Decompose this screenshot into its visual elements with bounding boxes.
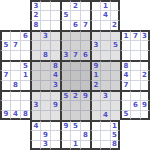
cell-r9-c13-empty[interactable] — [130, 90, 140, 100]
cell-r4-c9-given-3[interactable]: 3 — [90, 40, 100, 50]
cell-r6-c14-empty[interactable] — [140, 60, 150, 70]
given-digit: 6 — [23, 33, 28, 40]
given-digit: 1 — [94, 72, 99, 79]
cell-r5-c9-empty[interactable] — [90, 50, 100, 60]
given-digit: 2 — [34, 12, 39, 19]
cell-r7-c3-empty[interactable] — [30, 70, 40, 80]
cell-r3-c12-given-1[interactable]: 1 — [120, 30, 130, 40]
cell-r3-c10-empty[interactable] — [100, 30, 110, 40]
given-digit: 2 — [73, 93, 78, 100]
cell-r13-c4-given-9[interactable]: 9 — [40, 130, 50, 140]
given-digit: 8 — [23, 111, 28, 118]
cell-r8-c7-empty[interactable] — [70, 80, 80, 90]
outside-board-area — [140, 140, 150, 150]
given-digit: 6 — [133, 102, 138, 109]
outside-board-area — [20, 10, 30, 20]
cell-r4-c12-empty[interactable] — [120, 40, 130, 50]
cell-r3-c6-empty[interactable] — [60, 30, 70, 40]
cell-r12-c8-empty[interactable] — [80, 120, 90, 130]
cell-r7-c11-empty[interactable] — [110, 70, 120, 80]
given-digit: 5 — [73, 123, 78, 130]
given-digit: 4 — [13, 111, 18, 118]
cell-r11-c14-empty[interactable] — [140, 110, 150, 120]
given-digit: 1 — [73, 141, 78, 148]
cell-r6-c7-empty[interactable] — [70, 60, 80, 70]
cell-r10-c7-empty[interactable] — [70, 100, 80, 110]
given-digit: 7 — [4, 72, 9, 79]
given-digit: 9 — [142, 102, 147, 109]
given-digit: 2 — [142, 72, 147, 79]
cell-r11-c12-given-5[interactable]: 5 — [120, 110, 130, 120]
given-digit: 9 — [64, 123, 69, 130]
cell-r8-c13-empty[interactable] — [130, 80, 140, 90]
sudoku-board: 3212548672631735735837658987141428327529… — [0, 0, 150, 150]
cell-r8-c11-empty[interactable] — [110, 80, 120, 90]
outside-board-area — [0, 120, 10, 130]
cell-r7-c1-empty[interactable] — [10, 70, 20, 80]
cell-r6-c10-empty[interactable] — [100, 60, 110, 70]
outside-board-area — [120, 20, 130, 30]
given-digit: 7 — [73, 52, 78, 59]
given-digit: 1 — [23, 72, 28, 79]
cell-r2-c4-empty[interactable] — [40, 20, 50, 30]
cell-r2-c6-empty[interactable] — [60, 20, 70, 30]
cell-r0-c3-given-3[interactable]: 3 — [30, 0, 40, 10]
given-digit: 7 — [133, 33, 138, 40]
cell-r11-c4-empty[interactable] — [40, 110, 50, 120]
cell-r9-c14-empty[interactable] — [140, 90, 150, 100]
cell-r3-c2-given-6[interactable]: 6 — [20, 30, 30, 40]
cell-r9-c12-empty[interactable] — [120, 90, 130, 100]
cell-r6-c5-given-8[interactable]: 8 — [50, 60, 60, 70]
cell-r6-c13-empty[interactable] — [130, 60, 140, 70]
cell-r10-c1-empty[interactable] — [10, 100, 20, 110]
outside-board-area — [10, 130, 20, 140]
cell-r9-c2-empty[interactable] — [20, 90, 30, 100]
given-digit: 5 — [64, 12, 69, 19]
cell-r2-c9-empty[interactable] — [90, 20, 100, 30]
cell-r4-c0-given-5[interactable]: 5 — [0, 40, 10, 50]
outside-board-area — [140, 0, 150, 10]
given-digit: 4 — [53, 72, 58, 79]
cell-r8-c14-empty[interactable] — [140, 80, 150, 90]
cell-r1-c11-empty[interactable] — [110, 10, 120, 20]
cell-r7-c2-given-1[interactable]: 1 — [20, 70, 30, 80]
given-digit: 4 — [103, 112, 108, 119]
cell-r8-c4-empty[interactable] — [40, 80, 50, 90]
cell-r11-c3-empty[interactable] — [30, 110, 40, 120]
outside-board-area — [130, 120, 140, 130]
cell-r12-c11-given-1[interactable]: 1 — [110, 120, 120, 130]
given-digit: 9 — [4, 111, 9, 118]
outside-board-area — [140, 130, 150, 140]
cell-r9-c0-empty[interactable] — [0, 90, 10, 100]
cell-r7-c9-given-1[interactable]: 1 — [90, 70, 100, 80]
cell-r7-c5-given-4[interactable]: 4 — [50, 70, 60, 80]
cell-r8-c6-empty[interactable] — [60, 80, 70, 90]
cell-r5-c12-empty[interactable] — [120, 50, 130, 60]
cell-r10-c5-given-9[interactable]: 9 — [50, 100, 60, 110]
cell-r1-c6-given-5[interactable]: 5 — [60, 10, 70, 20]
cell-r6-c2-given-5[interactable]: 5 — [20, 60, 30, 70]
cell-r7-c0-given-7[interactable]: 7 — [0, 70, 10, 80]
cell-r9-c3-empty[interactable] — [30, 90, 40, 100]
given-digit: 2 — [112, 22, 117, 29]
given-digit: 1 — [112, 123, 117, 130]
cell-r4-c3-empty[interactable] — [30, 40, 40, 50]
given-digit: 8 — [112, 141, 117, 148]
given-digit: 8 — [124, 63, 129, 70]
cell-r14-c6-empty[interactable] — [60, 140, 70, 150]
cell-r0-c10-given-1[interactable]: 1 — [100, 0, 110, 10]
cell-r3-c3-empty[interactable] — [30, 30, 40, 40]
cell-r13-c8-given-8[interactable]: 8 — [80, 130, 90, 140]
given-digit: 7 — [13, 42, 18, 49]
cell-r12-c3-given-4[interactable]: 4 — [30, 120, 40, 130]
cell-r2-c11-given-2[interactable]: 2 — [110, 20, 120, 30]
outside-board-area — [120, 0, 130, 10]
outside-board-area — [0, 140, 10, 150]
cell-r8-c5-given-3[interactable]: 3 — [50, 80, 60, 90]
cell-r1-c3-given-2[interactable]: 2 — [30, 10, 40, 20]
cell-r7-c14-given-2[interactable]: 2 — [140, 70, 150, 80]
cell-r4-c10-empty[interactable] — [100, 40, 110, 50]
given-digit: 2 — [73, 3, 78, 10]
outside-board-area — [120, 130, 130, 140]
given-digit: 9 — [94, 63, 99, 70]
cell-r11-c1-given-4[interactable]: 4 — [10, 110, 20, 120]
outside-board-area — [130, 10, 140, 20]
cell-r9-c4-empty[interactable] — [40, 90, 50, 100]
given-digit: 4 — [34, 123, 39, 130]
outside-board-area — [140, 10, 150, 20]
given-digit: 8 — [13, 82, 18, 89]
cell-r11-c10-given-4[interactable]: 4 — [100, 110, 110, 120]
cell-r1-c5-empty[interactable] — [50, 10, 60, 20]
cell-r0-c5-empty[interactable] — [50, 0, 60, 10]
cell-r4-c6-empty[interactable] — [60, 40, 70, 50]
cell-r13-c3-empty[interactable] — [30, 130, 40, 140]
cell-r11-c7-empty[interactable] — [70, 110, 80, 120]
cell-r10-c0-empty[interactable] — [0, 100, 10, 110]
cell-r0-c6-empty[interactable] — [60, 0, 70, 10]
outside-board-area — [20, 20, 30, 30]
cell-r4-c2-empty[interactable] — [20, 40, 30, 50]
cell-r4-c13-empty[interactable] — [130, 40, 140, 50]
given-digit: 7 — [124, 82, 129, 89]
cell-r10-c13-given-6[interactable]: 6 — [130, 100, 140, 110]
cell-r11-c0-given-9[interactable]: 9 — [0, 110, 10, 120]
cell-r10-c4-empty[interactable] — [40, 100, 50, 110]
cell-r9-c6-given-5[interactable]: 5 — [60, 90, 70, 100]
outside-board-area — [130, 0, 140, 10]
cell-r9-c11-empty[interactable] — [110, 90, 120, 100]
given-digit: 5 — [112, 132, 117, 139]
given-digit: 3 — [53, 82, 58, 89]
cell-r14-c5-empty[interactable] — [50, 140, 60, 150]
cell-r3-c0-empty[interactable] — [0, 30, 10, 40]
given-digit: 4 — [103, 12, 108, 19]
cell-r1-c8-empty[interactable] — [80, 10, 90, 20]
cell-r8-c3-empty[interactable] — [30, 80, 40, 90]
cell-r7-c6-empty[interactable] — [60, 70, 70, 80]
cell-r10-c14-given-9[interactable]: 9 — [140, 100, 150, 110]
given-digit: 3 — [103, 93, 108, 100]
outside-board-area — [10, 10, 20, 20]
cell-r14-c9-empty[interactable] — [90, 140, 100, 150]
outside-board-area — [20, 130, 30, 140]
cell-r2-c5-empty[interactable] — [50, 20, 60, 30]
given-digit: 1 — [103, 3, 108, 10]
cell-r6-c4-empty[interactable] — [40, 60, 50, 70]
given-digit: 3 — [142, 33, 147, 40]
cell-r6-c12-given-8[interactable]: 8 — [120, 60, 130, 70]
cell-r8-c8-empty[interactable] — [80, 80, 90, 90]
cell-r5-c7-given-7[interactable]: 7 — [70, 50, 80, 60]
cell-r4-c5-empty[interactable] — [50, 40, 60, 50]
cell-r3-c8-empty[interactable] — [80, 30, 90, 40]
cell-r13-c10-empty[interactable] — [100, 130, 110, 140]
cell-r2-c8-given-7[interactable]: 7 — [80, 20, 90, 30]
cell-r11-c13-empty[interactable] — [130, 110, 140, 120]
cell-r8-c9-given-2[interactable]: 2 — [90, 80, 100, 90]
cell-r3-c7-empty[interactable] — [70, 30, 80, 40]
cell-r6-c11-empty[interactable] — [110, 60, 120, 70]
cell-r14-c3-empty[interactable] — [30, 140, 40, 150]
cell-r10-c12-empty[interactable] — [120, 100, 130, 110]
cell-r7-c10-empty[interactable] — [100, 70, 110, 80]
outside-board-area — [0, 20, 10, 30]
cell-r12-c5-empty[interactable] — [50, 120, 60, 130]
cell-r11-c11-empty[interactable] — [110, 110, 120, 120]
cell-r4-c11-given-5[interactable]: 5 — [110, 40, 120, 50]
given-digit: 8 — [43, 52, 48, 59]
cell-r9-c7-given-2[interactable]: 2 — [70, 90, 80, 100]
cell-r6-c6-empty[interactable] — [60, 60, 70, 70]
cell-r1-c7-empty[interactable] — [70, 10, 80, 20]
cell-r14-c8-empty[interactable] — [80, 140, 90, 150]
cell-r1-c10-given-4[interactable]: 4 — [100, 10, 110, 20]
given-digit: 3 — [43, 141, 48, 148]
cell-r13-c11-given-5[interactable]: 5 — [110, 130, 120, 140]
cell-r4-c14-empty[interactable] — [140, 40, 150, 50]
cell-r5-c14-empty[interactable] — [140, 50, 150, 60]
cell-r13-c5-empty[interactable] — [50, 130, 60, 140]
cell-r8-c10-empty[interactable] — [100, 80, 110, 90]
cell-r4-c8-empty[interactable] — [80, 40, 90, 50]
cell-r5-c0-empty[interactable] — [0, 50, 10, 60]
cell-r8-c12-given-7[interactable]: 7 — [120, 80, 130, 90]
given-digit: 9 — [43, 132, 48, 139]
outside-board-area — [130, 140, 140, 150]
outside-board-area — [130, 20, 140, 30]
cell-r9-c9-empty[interactable] — [90, 90, 100, 100]
outside-board-area — [140, 20, 150, 30]
outside-board-area — [140, 120, 150, 130]
cell-r2-c10-empty[interactable] — [100, 20, 110, 30]
outside-board-area — [0, 130, 10, 140]
given-digit: 5 — [113, 42, 118, 49]
outside-board-area — [10, 120, 20, 130]
cell-r3-c13-given-7[interactable]: 7 — [130, 30, 140, 40]
given-digit: 5 — [4, 42, 9, 49]
cell-r2-c7-given-6[interactable]: 6 — [70, 20, 80, 30]
cell-r12-c10-empty[interactable] — [100, 120, 110, 130]
cell-r0-c8-empty[interactable] — [80, 0, 90, 10]
cell-r14-c4-given-3[interactable]: 3 — [40, 140, 50, 150]
given-digit: 2 — [94, 82, 99, 89]
cell-r6-c0-empty[interactable] — [0, 60, 10, 70]
cell-r4-c4-empty[interactable] — [40, 40, 50, 50]
outside-board-area — [20, 0, 30, 10]
cell-r1-c9-empty[interactable] — [90, 10, 100, 20]
cell-r3-c4-given-3[interactable]: 3 — [40, 30, 50, 40]
outside-board-area — [0, 0, 10, 10]
cell-r13-c7-empty[interactable] — [70, 130, 80, 140]
cell-r9-c1-empty[interactable] — [10, 90, 20, 100]
cell-r7-c12-given-4[interactable]: 4 — [120, 70, 130, 80]
cell-r14-c7-given-1[interactable]: 1 — [70, 140, 80, 150]
cell-r5-c13-empty[interactable] — [130, 50, 140, 60]
cell-r5-c10-empty[interactable] — [100, 50, 110, 60]
cell-r0-c9-empty[interactable] — [90, 0, 100, 10]
given-digit: 9 — [53, 102, 58, 109]
cell-r12-c9-empty[interactable] — [90, 120, 100, 130]
cell-r5-c4-given-8[interactable]: 8 — [40, 50, 50, 60]
cell-r5-c2-empty[interactable] — [20, 50, 30, 60]
cell-r8-c1-given-8[interactable]: 8 — [10, 80, 20, 90]
outside-board-area — [120, 10, 130, 20]
cell-r5-c3-empty[interactable] — [30, 50, 40, 60]
cell-r13-c6-empty[interactable] — [60, 130, 70, 140]
cell-r3-c14-given-3[interactable]: 3 — [140, 30, 150, 40]
given-digit: 6 — [83, 52, 88, 59]
cell-r10-c8-empty[interactable] — [80, 100, 90, 110]
cell-r5-c8-given-6[interactable]: 6 — [80, 50, 90, 60]
cell-r1-c4-empty[interactable] — [40, 10, 50, 20]
cell-r14-c10-empty[interactable] — [100, 140, 110, 150]
outside-board-area — [130, 130, 140, 140]
outside-board-area — [10, 0, 20, 10]
cell-r11-c5-empty[interactable] — [50, 110, 60, 120]
cell-r6-c9-given-9[interactable]: 9 — [90, 60, 100, 70]
cell-r3-c9-empty[interactable] — [90, 30, 100, 40]
given-digit: 8 — [34, 22, 39, 29]
cell-r8-c0-empty[interactable] — [0, 80, 10, 90]
cell-r2-c3-given-8[interactable]: 8 — [30, 20, 40, 30]
cell-r12-c4-empty[interactable] — [40, 120, 50, 130]
cell-r10-c2-empty[interactable] — [20, 100, 30, 110]
cell-r13-c9-empty[interactable] — [90, 130, 100, 140]
cell-r4-c1-given-7[interactable]: 7 — [10, 40, 20, 50]
outside-board-area — [20, 120, 30, 130]
cell-r6-c3-empty[interactable] — [30, 60, 40, 70]
cell-r5-c5-empty[interactable] — [50, 50, 60, 60]
given-digit: 7 — [83, 22, 88, 29]
given-digit: 3 — [34, 102, 39, 109]
cell-r4-c7-empty[interactable] — [70, 40, 80, 50]
given-digit: 3 — [43, 33, 48, 40]
outside-board-area — [20, 140, 30, 150]
cell-r0-c7-given-2[interactable]: 2 — [70, 0, 80, 10]
cell-r10-c10-empty[interactable] — [100, 100, 110, 110]
outside-board-area — [120, 140, 130, 150]
given-digit: 3 — [64, 52, 69, 59]
given-digit: 8 — [53, 63, 58, 70]
cell-r3-c5-empty[interactable] — [50, 30, 60, 40]
given-digit: 5 — [124, 111, 129, 118]
cell-r0-c4-empty[interactable] — [40, 0, 50, 10]
outside-board-area — [0, 10, 10, 20]
given-digit: 1 — [124, 33, 129, 40]
cell-r12-c6-given-9[interactable]: 9 — [60, 120, 70, 130]
cell-r5-c11-empty[interactable] — [110, 50, 120, 60]
outside-board-area — [10, 20, 20, 30]
cell-r7-c13-empty[interactable] — [130, 70, 140, 80]
cell-r3-c11-empty[interactable] — [110, 30, 120, 40]
given-digit: 9 — [83, 93, 88, 100]
cell-r10-c11-empty[interactable] — [110, 100, 120, 110]
cell-r11-c2-given-8[interactable]: 8 — [20, 110, 30, 120]
outside-board-area — [10, 140, 20, 150]
cell-r8-c2-empty[interactable] — [20, 80, 30, 90]
given-digit: 3 — [94, 42, 99, 49]
cell-r5-c1-empty[interactable] — [10, 50, 20, 60]
cell-r7-c7-empty[interactable] — [70, 70, 80, 80]
cell-r7-c4-empty[interactable] — [40, 70, 50, 80]
cell-r9-c5-empty[interactable] — [50, 90, 60, 100]
given-digit: 3 — [34, 3, 39, 10]
cell-r6-c1-empty[interactable] — [10, 60, 20, 70]
cell-r6-c8-empty[interactable] — [80, 60, 90, 70]
given-digit: 4 — [124, 72, 129, 79]
cell-r11-c6-empty[interactable] — [60, 110, 70, 120]
cell-r0-c11-empty[interactable] — [110, 0, 120, 10]
cell-r12-c7-given-5[interactable]: 5 — [70, 120, 80, 130]
cell-r10-c6-empty[interactable] — [60, 100, 70, 110]
cell-r5-c6-given-3[interactable]: 3 — [60, 50, 70, 60]
cell-r9-c10-given-3[interactable]: 3 — [100, 90, 110, 100]
cell-r9-c8-given-9[interactable]: 9 — [80, 90, 90, 100]
given-digit: 6 — [73, 22, 78, 29]
cell-r10-c3-given-3[interactable]: 3 — [30, 100, 40, 110]
given-digit: 5 — [64, 93, 69, 100]
cell-r11-c8-empty[interactable] — [80, 110, 90, 120]
outside-board-area — [120, 120, 130, 130]
cell-r14-c11-given-8[interactable]: 8 — [110, 140, 120, 150]
cell-r11-c9-empty[interactable] — [90, 110, 100, 120]
given-digit: 5 — [23, 63, 28, 70]
given-digit: 8 — [83, 132, 88, 139]
cell-r10-c9-empty[interactable] — [90, 100, 100, 110]
cell-r7-c8-empty[interactable] — [80, 70, 90, 80]
cell-r3-c1-empty[interactable] — [10, 30, 20, 40]
